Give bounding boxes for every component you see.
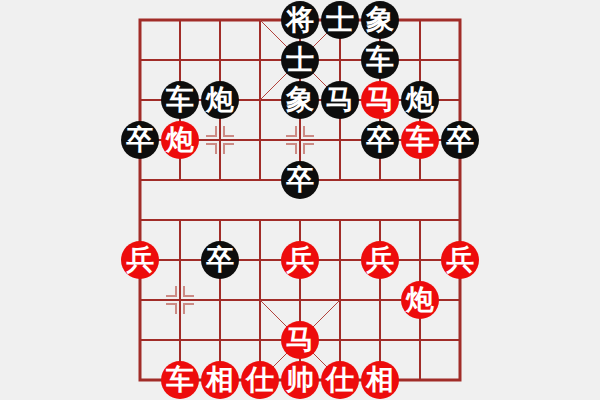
piece-glyph: 车 (361, 41, 399, 79)
piece-glyph: 仕 (241, 361, 279, 399)
piece-red-horse[interactable]: 马 (280, 320, 320, 360)
xiangqi-board-screen: 将士象士车车炮象马马炮卒炮卒车卒卒兵卒兵兵兵炮马车相仕帅仕相 (0, 0, 600, 400)
piece-glyph: 炮 (161, 121, 199, 159)
piece-glyph: 仕 (321, 361, 359, 399)
piece-black-elephant[interactable]: 象 (280, 80, 320, 120)
piece-glyph: 车 (161, 81, 199, 119)
piece-red-cannon[interactable]: 炮 (400, 280, 440, 320)
piece-glyph: 车 (161, 361, 199, 399)
piece-black-chariot[interactable]: 车 (160, 80, 200, 120)
piece-glyph: 卒 (361, 121, 399, 159)
piece-glyph: 士 (281, 41, 319, 79)
piece-red-soldier[interactable]: 兵 (360, 240, 400, 280)
piece-glyph: 卒 (201, 241, 239, 279)
piece-red-cannon[interactable]: 炮 (160, 120, 200, 160)
piece-red-advisor[interactable]: 仕 (320, 360, 360, 400)
piece-black-soldier[interactable]: 卒 (120, 120, 160, 160)
piece-black-soldier[interactable]: 卒 (440, 120, 480, 160)
board-intersections: 将士象士车车炮象马马炮卒炮卒车卒卒兵卒兵兵兵炮马车相仕帅仕相 (120, 0, 480, 400)
piece-glyph: 卒 (121, 121, 159, 159)
piece-red-soldier[interactable]: 兵 (440, 240, 480, 280)
piece-glyph: 帅 (281, 361, 319, 399)
piece-black-advisor[interactable]: 士 (280, 40, 320, 80)
piece-black-cannon[interactable]: 炮 (400, 80, 440, 120)
piece-black-general[interactable]: 将 (280, 0, 320, 40)
piece-red-advisor[interactable]: 仕 (240, 360, 280, 400)
piece-glyph: 士 (321, 1, 359, 39)
piece-glyph: 卒 (281, 161, 319, 199)
piece-glyph: 炮 (201, 81, 239, 119)
piece-black-cannon[interactable]: 炮 (200, 80, 240, 120)
piece-black-soldier[interactable]: 卒 (360, 120, 400, 160)
piece-red-chariot[interactable]: 车 (160, 360, 200, 400)
piece-glyph: 卒 (441, 121, 479, 159)
piece-red-elephant[interactable]: 相 (200, 360, 240, 400)
piece-glyph: 炮 (401, 281, 439, 319)
piece-glyph: 兵 (281, 241, 319, 279)
piece-glyph: 马 (321, 81, 359, 119)
piece-glyph: 相 (201, 361, 239, 399)
piece-glyph: 马 (361, 81, 399, 119)
piece-glyph: 兵 (121, 241, 159, 279)
piece-glyph: 兵 (441, 241, 479, 279)
piece-black-elephant[interactable]: 象 (360, 0, 400, 40)
piece-red-horse[interactable]: 马 (360, 80, 400, 120)
piece-red-elephant[interactable]: 相 (360, 360, 400, 400)
piece-black-soldier[interactable]: 卒 (280, 160, 320, 200)
piece-black-chariot[interactable]: 车 (360, 40, 400, 80)
piece-glyph: 车 (401, 121, 439, 159)
piece-black-advisor[interactable]: 士 (320, 0, 360, 40)
piece-red-soldier[interactable]: 兵 (120, 240, 160, 280)
piece-black-horse[interactable]: 马 (320, 80, 360, 120)
piece-glyph: 将 (281, 1, 319, 39)
piece-glyph: 炮 (401, 81, 439, 119)
piece-glyph: 象 (281, 81, 319, 119)
piece-red-soldier[interactable]: 兵 (280, 240, 320, 280)
piece-glyph: 马 (281, 321, 319, 359)
piece-red-chariot[interactable]: 车 (400, 120, 440, 160)
piece-glyph: 兵 (361, 241, 399, 279)
piece-black-soldier[interactable]: 卒 (200, 240, 240, 280)
piece-red-general[interactable]: 帅 (280, 360, 320, 400)
piece-glyph: 象 (361, 1, 399, 39)
piece-glyph: 相 (361, 361, 399, 399)
